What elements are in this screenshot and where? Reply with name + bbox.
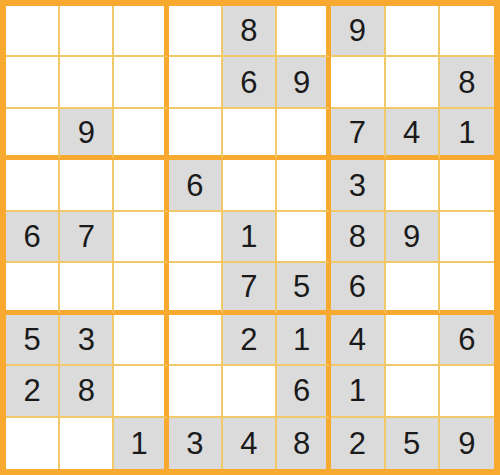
cell-r3c9[interactable]: 1	[440, 109, 494, 160]
cell-r9c5[interactable]: 4	[223, 418, 277, 469]
cell-r5c9[interactable]	[440, 212, 494, 263]
cell-r4c8[interactable]	[386, 160, 440, 211]
cell-r7c8[interactable]	[386, 315, 440, 366]
cell-r5c7[interactable]: 8	[331, 212, 385, 263]
cell-r8c9[interactable]	[440, 366, 494, 417]
cell-r9c4[interactable]: 3	[169, 418, 223, 469]
cell-r1c2[interactable]	[60, 6, 114, 57]
cell-r5c4[interactable]	[169, 212, 223, 263]
cell-r1c8[interactable]	[386, 6, 440, 57]
cell-r8c6[interactable]: 6	[277, 366, 331, 417]
cell-r9c9[interactable]: 9	[440, 418, 494, 469]
cell-r2c1[interactable]	[6, 57, 60, 108]
cell-r5c8[interactable]: 9	[386, 212, 440, 263]
cell-r8c2[interactable]: 8	[60, 366, 114, 417]
cell-r1c9[interactable]	[440, 6, 494, 57]
cell-r8c3[interactable]	[114, 366, 168, 417]
cell-r8c1[interactable]: 2	[6, 366, 60, 417]
cell-r8c8[interactable]	[386, 366, 440, 417]
cell-r7c4[interactable]	[169, 315, 223, 366]
cell-r3c8[interactable]: 4	[386, 109, 440, 160]
cell-r3c5[interactable]	[223, 109, 277, 160]
cell-r3c7[interactable]: 7	[331, 109, 385, 160]
cell-r9c7[interactable]: 2	[331, 418, 385, 469]
cell-r6c2[interactable]	[60, 263, 114, 314]
cell-r5c6[interactable]	[277, 212, 331, 263]
cell-r7c1[interactable]: 5	[6, 315, 60, 366]
cell-r6c9[interactable]	[440, 263, 494, 314]
cell-r1c1[interactable]	[6, 6, 60, 57]
cell-r9c8[interactable]: 5	[386, 418, 440, 469]
cell-r5c2[interactable]: 7	[60, 212, 114, 263]
cell-r1c4[interactable]	[169, 6, 223, 57]
cell-r4c6[interactable]	[277, 160, 331, 211]
cell-r2c6[interactable]: 9	[277, 57, 331, 108]
cell-r7c6[interactable]: 1	[277, 315, 331, 366]
cell-r7c3[interactable]	[114, 315, 168, 366]
cell-r2c9[interactable]: 8	[440, 57, 494, 108]
cell-r4c9[interactable]	[440, 160, 494, 211]
cell-r3c4[interactable]	[169, 109, 223, 160]
cell-r7c7[interactable]: 4	[331, 315, 385, 366]
cell-r6c3[interactable]	[114, 263, 168, 314]
cell-r1c7[interactable]: 9	[331, 6, 385, 57]
cell-r5c3[interactable]	[114, 212, 168, 263]
cell-r2c3[interactable]	[114, 57, 168, 108]
cell-r4c2[interactable]	[60, 160, 114, 211]
cell-r3c6[interactable]	[277, 109, 331, 160]
cell-r7c2[interactable]: 3	[60, 315, 114, 366]
cell-r8c5[interactable]	[223, 366, 277, 417]
cell-r3c1[interactable]	[6, 109, 60, 160]
sudoku-board: 896989741636718975653214628611348259	[0, 0, 500, 475]
cell-r4c5[interactable]	[223, 160, 277, 211]
cell-r8c4[interactable]	[169, 366, 223, 417]
cell-r1c5[interactable]: 8	[223, 6, 277, 57]
cell-r4c3[interactable]	[114, 160, 168, 211]
cell-r1c3[interactable]	[114, 6, 168, 57]
cell-r6c6[interactable]: 5	[277, 263, 331, 314]
cell-r2c7[interactable]	[331, 57, 385, 108]
cell-r4c7[interactable]: 3	[331, 160, 385, 211]
cell-r2c5[interactable]: 6	[223, 57, 277, 108]
cell-r9c1[interactable]	[6, 418, 60, 469]
cell-r6c8[interactable]	[386, 263, 440, 314]
cell-r2c2[interactable]	[60, 57, 114, 108]
cell-r6c1[interactable]	[6, 263, 60, 314]
cell-r4c1[interactable]	[6, 160, 60, 211]
cell-r3c2[interactable]: 9	[60, 109, 114, 160]
cell-r6c7[interactable]: 6	[331, 263, 385, 314]
cell-r1c6[interactable]	[277, 6, 331, 57]
cell-r7c9[interactable]: 6	[440, 315, 494, 366]
cell-r2c4[interactable]	[169, 57, 223, 108]
cell-r5c1[interactable]: 6	[6, 212, 60, 263]
cell-r9c2[interactable]	[60, 418, 114, 469]
cell-r9c3[interactable]: 1	[114, 418, 168, 469]
cell-r2c8[interactable]	[386, 57, 440, 108]
cell-r4c4[interactable]: 6	[169, 160, 223, 211]
cell-r5c5[interactable]: 1	[223, 212, 277, 263]
cell-r6c4[interactable]	[169, 263, 223, 314]
cell-r7c5[interactable]: 2	[223, 315, 277, 366]
cell-r3c3[interactable]	[114, 109, 168, 160]
cell-r8c7[interactable]: 1	[331, 366, 385, 417]
cell-r9c6[interactable]: 8	[277, 418, 331, 469]
cell-r6c5[interactable]: 7	[223, 263, 277, 314]
